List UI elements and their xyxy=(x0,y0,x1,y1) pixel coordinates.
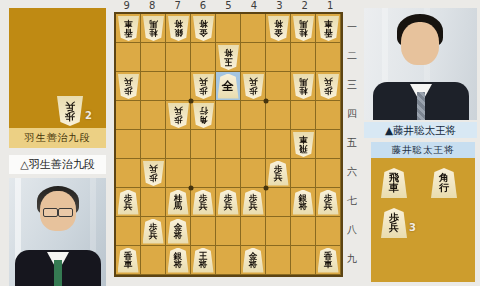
piece-歩兵-gote: 歩兵 xyxy=(57,96,83,126)
hand-piece-count: 3 xyxy=(409,222,416,233)
square-1六 xyxy=(316,159,341,188)
file-label-9: 9 xyxy=(114,0,139,12)
square-3三 xyxy=(266,72,291,101)
square-6一: 金将 xyxy=(191,14,216,43)
file-label-2: 2 xyxy=(292,0,317,12)
file-label-4: 4 xyxy=(241,0,266,12)
square-3一: 金将 xyxy=(266,14,291,43)
piece-歩兵-sente: 歩兵 xyxy=(118,190,139,215)
square-7五 xyxy=(166,130,191,159)
sente-komadai: 藤井聡太王将 飛車角行歩兵3 xyxy=(371,142,475,282)
hand-piece-wrap: 歩兵2 xyxy=(57,96,83,126)
rank-label-4: 四 xyxy=(345,99,359,128)
square-2四 xyxy=(291,101,316,130)
sente-player-photo xyxy=(364,8,477,120)
piece-桂馬-gote: 桂馬 xyxy=(143,16,164,41)
sente-komadai-label: 藤井聡太王将 xyxy=(371,142,475,158)
hand-piece-count: 2 xyxy=(85,110,92,121)
square-4二 xyxy=(241,43,266,72)
rank-label-1: 一 xyxy=(345,12,359,41)
rank-labels: 一二三四五六七八九 xyxy=(345,12,359,273)
square-7二 xyxy=(166,43,191,72)
piece-角行-gote: 角行 xyxy=(193,103,214,128)
square-7六 xyxy=(166,159,191,188)
piece-香車-sente: 香車 xyxy=(318,248,339,273)
square-3二 xyxy=(266,43,291,72)
habu-tie xyxy=(54,260,62,286)
square-2二 xyxy=(291,43,316,72)
piece-歩兵-sente: 歩兵 xyxy=(268,161,289,186)
square-7九: 銀将 xyxy=(166,246,191,275)
piece-香車-gote: 香車 xyxy=(318,16,339,41)
piece-飛車-gote: 飛車 xyxy=(293,132,314,157)
piece-王将-sente: 王将 xyxy=(193,248,214,273)
square-5六 xyxy=(216,159,241,188)
square-1七: 歩兵 xyxy=(316,188,341,217)
sente-name-bar: ▲藤井聡太王将 xyxy=(364,122,477,138)
gote-hand-area: 歩兵2 xyxy=(9,8,106,128)
square-4六 xyxy=(241,159,266,188)
square-2七: 銀将 xyxy=(291,188,316,217)
square-4一 xyxy=(241,14,266,43)
square-9三: 歩兵 xyxy=(116,72,141,101)
piece-香車-gote: 香車 xyxy=(118,16,139,41)
square-3七 xyxy=(266,188,291,217)
square-2六 xyxy=(291,159,316,188)
square-2五: 飛車 xyxy=(291,130,316,159)
square-6八 xyxy=(191,217,216,246)
square-3九 xyxy=(266,246,291,275)
square-9六 xyxy=(116,159,141,188)
habu-glasses xyxy=(43,208,73,215)
square-9七: 歩兵 xyxy=(116,188,141,217)
piece-歩兵-gote: 歩兵 xyxy=(243,74,264,99)
gote-panel: 歩兵2 羽生善治九段 △羽生善治九段 xyxy=(0,0,112,286)
square-3四 xyxy=(266,101,291,130)
piece-角行-sente: 角行 xyxy=(431,168,457,198)
piece-歩兵-gote: 歩兵 xyxy=(143,161,164,186)
piece-銀将-sente: 銀将 xyxy=(293,190,314,215)
gote-name-bar: △羽生善治九段 xyxy=(9,155,106,174)
square-1八 xyxy=(316,217,341,246)
square-6七: 歩兵 xyxy=(191,188,216,217)
piece-歩兵-gote: 歩兵 xyxy=(193,74,214,99)
piece-歩兵-sente: 歩兵 xyxy=(218,190,239,215)
shogi-broadcast-screen: 歩兵2 羽生善治九段 △羽生善治九段 987654321 香車桂馬銀将金将金将桂… xyxy=(0,0,480,286)
piece-金将-sente: 金将 xyxy=(168,219,189,244)
square-1三: 歩兵 xyxy=(316,72,341,101)
rank-label-6: 六 xyxy=(345,157,359,186)
piece-玉将-gote: 玉将 xyxy=(218,45,239,70)
square-6四: 角行 xyxy=(191,101,216,130)
file-label-3: 3 xyxy=(267,0,292,12)
square-5七: 歩兵 xyxy=(216,188,241,217)
square-4三: 歩兵 xyxy=(241,72,266,101)
rank-label-8: 八 xyxy=(345,215,359,244)
square-8九 xyxy=(141,246,166,275)
square-3八 xyxy=(266,217,291,246)
file-labels: 987654321 xyxy=(114,0,343,12)
piece-銀将-sente: 銀将 xyxy=(168,248,189,273)
piece-歩兵-sente: 歩兵 xyxy=(318,190,339,215)
square-5八 xyxy=(216,217,241,246)
piece-歩兵-sente: 歩兵 xyxy=(381,208,407,238)
gote-komadai: 歩兵2 羽生善治九段 xyxy=(9,8,106,148)
hand-piece-wrap: 歩兵3 xyxy=(381,208,407,238)
rank-label-2: 二 xyxy=(345,41,359,70)
square-8六: 歩兵 xyxy=(141,159,166,188)
square-5二: 玉将 xyxy=(216,43,241,72)
piece-香車-sente: 香車 xyxy=(118,248,139,273)
fujii-face xyxy=(401,22,439,65)
square-6六 xyxy=(191,159,216,188)
square-6九: 王将 xyxy=(191,246,216,275)
piece-歩兵-gote: 歩兵 xyxy=(168,103,189,128)
piece-歩兵-gote: 歩兵 xyxy=(318,74,339,99)
sente-panel: ▲藤井聡太王将 藤井聡太王将 飛車角行歩兵3 xyxy=(360,0,480,286)
piece-歩兵-sente: 歩兵 xyxy=(243,190,264,215)
square-8五 xyxy=(141,130,166,159)
square-8三 xyxy=(141,72,166,101)
piece-桂馬-gote: 桂馬 xyxy=(293,16,314,41)
square-4八 xyxy=(241,217,266,246)
rank-label-9: 九 xyxy=(345,244,359,273)
square-9五 xyxy=(116,130,141,159)
square-8一: 桂馬 xyxy=(141,14,166,43)
square-7七: 桂馬 xyxy=(166,188,191,217)
square-7八: 金将 xyxy=(166,217,191,246)
piece-歩兵-sente: 歩兵 xyxy=(143,219,164,244)
file-label-5: 5 xyxy=(216,0,241,12)
square-9八 xyxy=(116,217,141,246)
piece-金将-gote: 金将 xyxy=(268,16,289,41)
square-4五 xyxy=(241,130,266,159)
file-label-8: 8 xyxy=(139,0,164,12)
square-9二 xyxy=(116,43,141,72)
square-1四 xyxy=(316,101,341,130)
square-3五 xyxy=(266,130,291,159)
piece-桂馬-sente: 桂馬 xyxy=(168,190,189,215)
square-1二 xyxy=(316,43,341,72)
hoshi-dot xyxy=(189,99,194,104)
square-4四 xyxy=(241,101,266,130)
square-1九: 香車 xyxy=(316,246,341,275)
gote-komadai-label: 羽生善治九段 xyxy=(9,128,106,148)
square-5三: 全 xyxy=(216,72,241,101)
square-4九: 金将 xyxy=(241,246,266,275)
square-2一: 桂馬 xyxy=(291,14,316,43)
square-5五 xyxy=(216,130,241,159)
square-6五 xyxy=(191,130,216,159)
square-8四 xyxy=(141,101,166,130)
square-9九: 香車 xyxy=(116,246,141,275)
square-3六: 歩兵 xyxy=(266,159,291,188)
piece-全-sente: 全 xyxy=(218,74,239,99)
piece-歩兵-sente: 歩兵 xyxy=(193,190,214,215)
square-7一: 銀将 xyxy=(166,14,191,43)
piece-金将-gote: 金将 xyxy=(193,16,214,41)
square-9一: 香車 xyxy=(116,14,141,43)
square-7四: 歩兵 xyxy=(166,101,191,130)
square-6三: 歩兵 xyxy=(191,72,216,101)
rank-label-7: 七 xyxy=(345,186,359,215)
hand-piece-wrap: 角行 xyxy=(431,168,457,198)
square-2九 xyxy=(291,246,316,275)
piece-歩兵-gote: 歩兵 xyxy=(118,74,139,99)
piece-飛車-sente: 飛車 xyxy=(381,168,407,198)
square-5四 xyxy=(216,101,241,130)
piece-桂馬-gote: 桂馬 xyxy=(293,74,314,99)
square-5九 xyxy=(216,246,241,275)
square-5一 xyxy=(216,14,241,43)
gote-player-photo xyxy=(9,178,106,286)
piece-銀将-gote: 銀将 xyxy=(168,16,189,41)
rank-label-3: 三 xyxy=(345,70,359,99)
square-2三: 桂馬 xyxy=(291,72,316,101)
square-9四 xyxy=(116,101,141,130)
hoshi-dot xyxy=(189,186,194,191)
hand-piece-wrap: 飛車 xyxy=(381,168,407,198)
file-label-1: 1 xyxy=(318,0,343,12)
square-8七 xyxy=(141,188,166,217)
board-area: 987654321 香車桂馬銀将金将金将桂馬香車玉将歩兵歩兵全歩兵桂馬歩兵歩兵角… xyxy=(112,0,360,286)
square-1一: 香車 xyxy=(316,14,341,43)
fujii-tie xyxy=(417,92,425,120)
square-8二 xyxy=(141,43,166,72)
hoshi-dot xyxy=(264,99,269,104)
file-label-6: 6 xyxy=(190,0,215,12)
square-8八: 歩兵 xyxy=(141,217,166,246)
square-2八 xyxy=(291,217,316,246)
file-label-7: 7 xyxy=(165,0,190,12)
shogi-board: 香車桂馬銀将金将金将桂馬香車玉将歩兵歩兵全歩兵桂馬歩兵歩兵角行飛車歩兵歩兵歩兵桂… xyxy=(114,12,343,277)
piece-金将-sente: 金将 xyxy=(243,248,264,273)
hoshi-dot xyxy=(264,186,269,191)
square-4七: 歩兵 xyxy=(241,188,266,217)
square-1五 xyxy=(316,130,341,159)
square-6二 xyxy=(191,43,216,72)
rank-label-5: 五 xyxy=(345,128,359,157)
square-7三 xyxy=(166,72,191,101)
